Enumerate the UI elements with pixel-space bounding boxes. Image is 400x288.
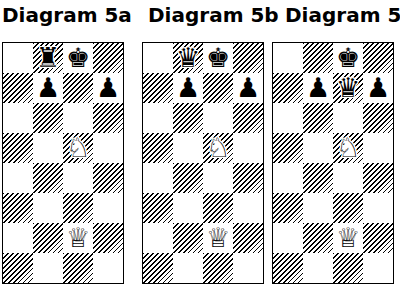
square-c8: ♚	[333, 43, 363, 73]
square-c7	[203, 73, 233, 103]
black-queen-c7: ♛	[333, 73, 363, 103]
square-a7	[143, 73, 173, 103]
square-d1	[93, 253, 123, 283]
square-a2	[273, 223, 303, 253]
square-c2: ♛♕	[63, 223, 93, 253]
diagram-5b: Diagram 5b ♛♚♟♟♞♘♛♕	[142, 0, 266, 288]
square-d1	[233, 253, 263, 283]
square-c4	[203, 163, 233, 193]
square-a4	[143, 163, 173, 193]
white-queen-c2: ♛♕	[63, 223, 93, 253]
square-d4	[93, 163, 123, 193]
square-b5	[303, 133, 333, 163]
square-a5	[3, 133, 33, 163]
square-b4	[33, 163, 63, 193]
square-a4	[273, 163, 303, 193]
square-d7: ♟	[363, 73, 393, 103]
chess-board-5a: ♜♚♟♟♞♘♛♕	[2, 42, 124, 284]
square-d6	[233, 103, 263, 133]
square-d5	[233, 133, 263, 163]
square-c2: ♛♕	[203, 223, 233, 253]
square-b3	[173, 193, 203, 223]
square-b1	[303, 253, 333, 283]
diagram-5a: Diagram 5a ♜♚♟♟♞♘♛♕	[2, 0, 126, 288]
square-c4	[333, 163, 363, 193]
square-a8	[143, 43, 173, 73]
square-b4	[303, 163, 333, 193]
square-b2	[173, 223, 203, 253]
diagram-5a-title: Diagram 5a	[2, 3, 132, 27]
square-d4	[233, 163, 263, 193]
square-a8	[3, 43, 33, 73]
square-d7: ♟	[233, 73, 263, 103]
square-b3	[33, 193, 63, 223]
square-d7: ♟	[93, 73, 123, 103]
black-pawn-d7: ♟	[363, 73, 393, 103]
square-c4	[63, 163, 93, 193]
square-d2	[233, 223, 263, 253]
square-b7: ♟	[303, 73, 333, 103]
square-c3	[333, 193, 363, 223]
black-pawn-b7: ♟	[303, 73, 333, 103]
diagram-5c: Diagram 5c ♚♟♛♟♞♘♛♕	[272, 0, 396, 288]
square-b6	[173, 103, 203, 133]
square-b3	[303, 193, 333, 223]
white-knight-c5: ♞♘	[63, 133, 93, 163]
square-d1	[363, 253, 393, 283]
square-c5: ♞♘	[203, 133, 233, 163]
square-a6	[273, 103, 303, 133]
black-king-c8: ♚	[203, 43, 233, 73]
square-d8	[233, 43, 263, 73]
white-knight-c5: ♞♘	[203, 133, 233, 163]
square-d5	[93, 133, 123, 163]
square-c6	[203, 103, 233, 133]
square-c3	[203, 193, 233, 223]
square-a8	[273, 43, 303, 73]
black-king-c8: ♚	[63, 43, 93, 73]
square-b2	[303, 223, 333, 253]
square-c7	[63, 73, 93, 103]
square-a3	[143, 193, 173, 223]
black-pawn-d7: ♟	[233, 73, 263, 103]
square-a5	[273, 133, 303, 163]
square-b5	[33, 133, 63, 163]
square-c5: ♞♘	[333, 133, 363, 163]
square-a4	[3, 163, 33, 193]
square-b8	[303, 43, 333, 73]
square-b1	[33, 253, 63, 283]
square-d4	[363, 163, 393, 193]
black-queen-b8: ♛	[173, 43, 203, 73]
diagram-5b-title: Diagram 5b	[148, 3, 279, 27]
square-b4	[173, 163, 203, 193]
square-d8	[363, 43, 393, 73]
square-d5	[363, 133, 393, 163]
square-d2	[93, 223, 123, 253]
square-c1	[333, 253, 363, 283]
white-knight-c5: ♞♘	[333, 133, 363, 163]
square-c6	[333, 103, 363, 133]
square-d3	[233, 193, 263, 223]
square-b8: ♛	[173, 43, 203, 73]
square-a1	[3, 253, 33, 283]
square-b6	[303, 103, 333, 133]
square-b1	[173, 253, 203, 283]
square-d3	[93, 193, 123, 223]
square-b5	[173, 133, 203, 163]
square-a2	[3, 223, 33, 253]
square-a6	[143, 103, 173, 133]
chess-board-5b: ♛♚♟♟♞♘♛♕	[142, 42, 264, 284]
square-a2	[143, 223, 173, 253]
square-a3	[3, 193, 33, 223]
square-a6	[3, 103, 33, 133]
square-b2	[33, 223, 63, 253]
square-d8	[93, 43, 123, 73]
square-b7: ♟	[33, 73, 63, 103]
square-c5: ♞♘	[63, 133, 93, 163]
square-c6	[63, 103, 93, 133]
square-b8: ♜	[33, 43, 63, 73]
square-a5	[143, 133, 173, 163]
square-a3	[273, 193, 303, 223]
square-a7	[3, 73, 33, 103]
square-c2: ♛♕	[333, 223, 363, 253]
square-d3	[363, 193, 393, 223]
black-pawn-b7: ♟	[33, 73, 63, 103]
square-c3	[63, 193, 93, 223]
chess-board-5c: ♚♟♛♟♞♘♛♕	[272, 42, 394, 284]
black-king-c8: ♚	[333, 43, 363, 73]
white-queen-c2: ♛♕	[333, 223, 363, 253]
diagram-5c-title: Diagram 5c	[285, 3, 400, 27]
square-a7	[273, 73, 303, 103]
black-pawn-d7: ♟	[93, 73, 123, 103]
square-d6	[93, 103, 123, 133]
black-rook-b8: ♜	[33, 43, 63, 73]
square-a1	[143, 253, 173, 283]
black-pawn-b7: ♟	[173, 73, 203, 103]
square-c8: ♚	[203, 43, 233, 73]
square-c7: ♛	[333, 73, 363, 103]
square-b7: ♟	[173, 73, 203, 103]
square-a1	[273, 253, 303, 283]
square-c8: ♚	[63, 43, 93, 73]
white-queen-c2: ♛♕	[203, 223, 233, 253]
square-c1	[203, 253, 233, 283]
square-d6	[363, 103, 393, 133]
square-c1	[63, 253, 93, 283]
square-b6	[33, 103, 63, 133]
square-d2	[363, 223, 393, 253]
